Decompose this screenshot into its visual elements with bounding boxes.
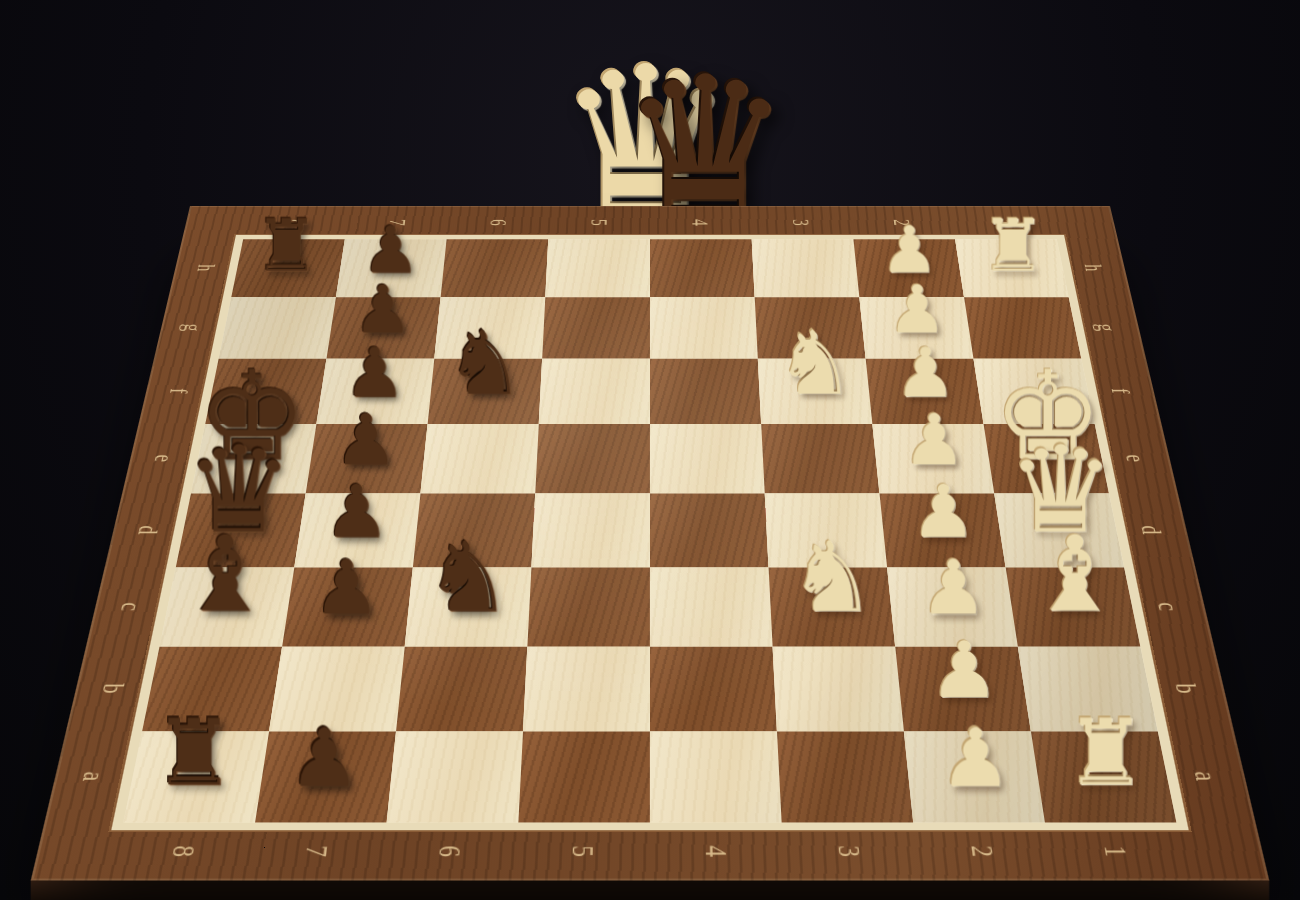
square-f4[interactable] <box>650 359 761 424</box>
piece-black-rook-a8[interactable]: ♜ <box>123 732 269 823</box>
square-d5[interactable] <box>531 494 650 568</box>
play-area[interactable]: CHESSBAZAAR® ♜♟♟♜♟♟♟♞♞♟♚♟♟♚♛♟♟♛♝♟♞♞♟♝♟♜♟… <box>123 239 1176 822</box>
square-b3[interactable] <box>773 647 904 732</box>
coord-rank-bottom-6: 6 <box>417 804 483 900</box>
square-e3[interactable] <box>761 424 879 493</box>
square-c4[interactable] <box>650 568 773 647</box>
coord-rank-bottom-3: 3 <box>817 804 883 900</box>
coord-rank-top-6: 6 <box>474 195 523 250</box>
square-b5[interactable] <box>523 647 650 732</box>
piece-black-pawn-a7[interactable]: ♟ <box>255 732 396 823</box>
square-f5[interactable] <box>539 359 650 424</box>
square-a4[interactable] <box>650 732 782 823</box>
coord-rank-top-5: 5 <box>576 195 622 250</box>
square-a3[interactable] <box>777 732 913 823</box>
coord-rank-bottom-7: 7 <box>281 804 352 900</box>
piece-white-knight-f3[interactable]: ♞ <box>758 359 873 424</box>
square-a6[interactable] <box>387 732 523 823</box>
coord-rank-bottom-5: 5 <box>552 804 613 900</box>
square-e5[interactable] <box>535 424 650 493</box>
coord-rank-top-4: 4 <box>678 195 724 250</box>
square-g4[interactable] <box>650 297 758 358</box>
square-e6[interactable] <box>420 424 538 493</box>
square-a5[interactable] <box>518 732 650 823</box>
chess-board-wrap: CHESSBAZAAR® ♜♟♟♜♟♟♟♞♞♟♚♟♟♚♛♟♟♛♝♟♞♞♟♝♟♜♟… <box>31 206 1270 881</box>
scene-background: ♛ ♛ CHESSBAZAAR® ♜♟♟♜♟♟♟♞♞♟♚♟♟♚♛♟♟♛♝♟♞♞♟… <box>0 0 1300 900</box>
square-e4[interactable] <box>650 424 765 493</box>
piece-black-knight-f6[interactable]: ♞ <box>428 359 543 424</box>
square-c5[interactable] <box>527 568 650 647</box>
coord-rank-top-3: 3 <box>777 195 826 250</box>
chess-board[interactable]: CHESSBAZAAR® ♜♟♟♜♟♟♟♞♞♟♚♟♟♚♛♟♟♛♝♟♞♞♟♝♟♜♟… <box>31 206 1270 881</box>
piece-black-knight-c6[interactable]: ♞ <box>405 568 532 647</box>
square-b6[interactable] <box>396 647 527 732</box>
piece-white-pawn-a2[interactable]: ♟ <box>904 732 1045 823</box>
piece-black-bishop-c8[interactable]: ♝ <box>159 568 294 647</box>
coord-rank-bottom-4: 4 <box>687 804 748 900</box>
piece-black-pawn-c7[interactable]: ♟ <box>282 568 413 647</box>
square-d4[interactable] <box>650 494 769 568</box>
piece-white-rook-a1[interactable]: ♜ <box>1031 732 1177 823</box>
piece-white-rook-h1[interactable]: ♜ <box>955 239 1069 297</box>
square-b4[interactable] <box>650 647 777 732</box>
square-g5[interactable] <box>542 297 650 358</box>
piece-black-rook-h8[interactable]: ♜ <box>231 239 345 297</box>
piece-white-knight-c3[interactable]: ♞ <box>769 568 896 647</box>
